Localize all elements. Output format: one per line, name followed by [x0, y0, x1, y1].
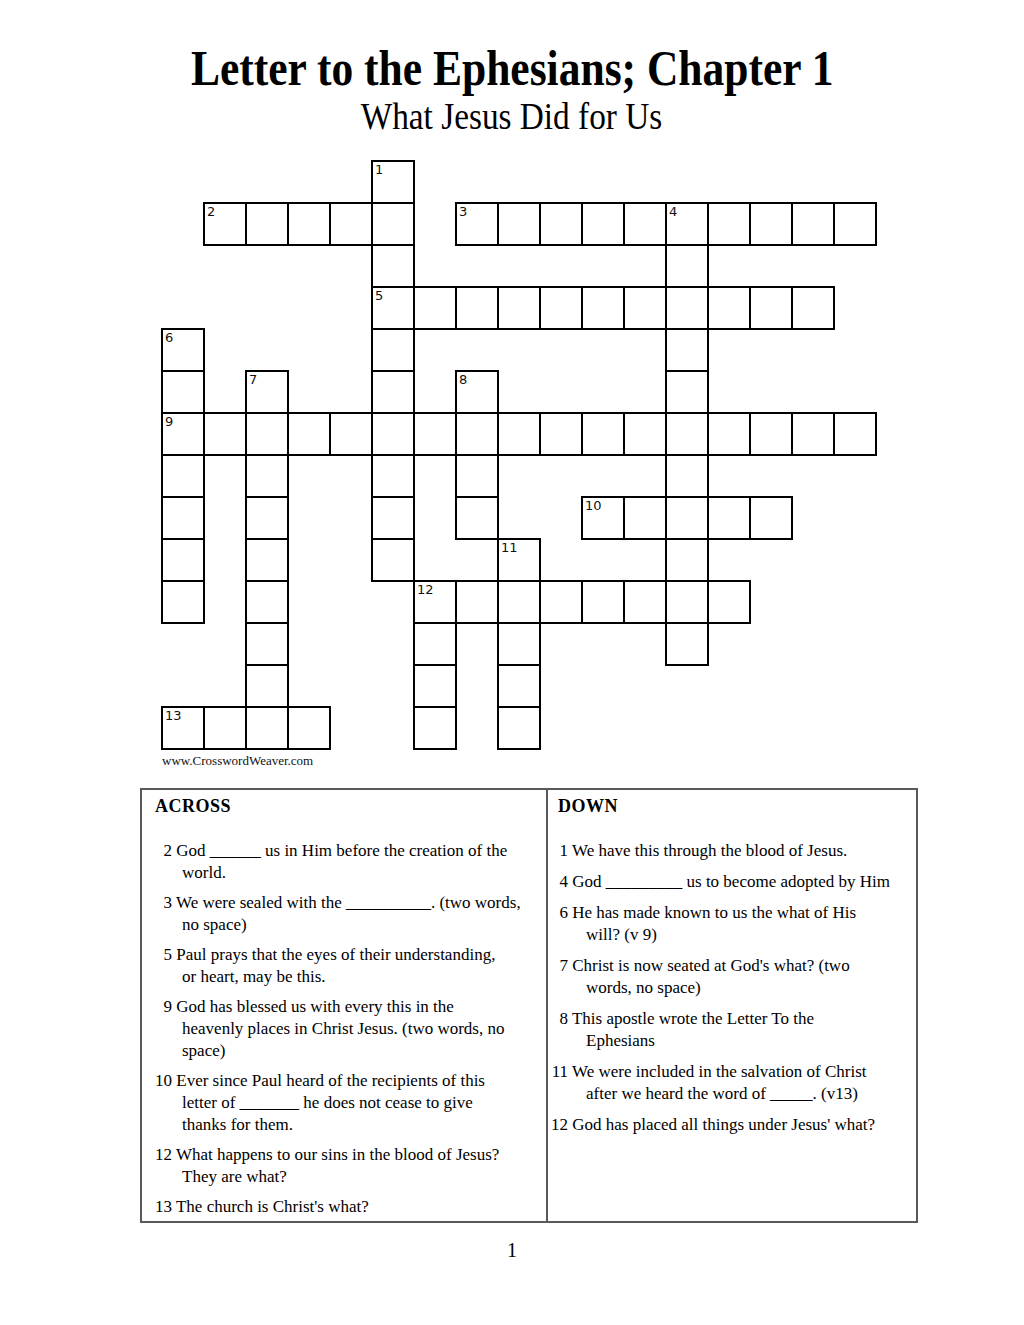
grid-cell-r8-c0[interactable]	[161, 496, 205, 540]
grid-cell-number: 9	[165, 414, 173, 429]
grid-cell-r6-c5[interactable]	[371, 412, 415, 456]
grid-cell-number: 8	[459, 372, 467, 387]
grid-cell-r5-c12[interactable]	[665, 370, 709, 414]
grid-cell-r8-c14[interactable]	[749, 496, 793, 540]
page-title: Letter to the Ephesians; Chapter 1	[0, 43, 1024, 93]
grid-cell-r6-c16[interactable]	[833, 412, 877, 456]
grid-cell-r6-c10[interactable]	[581, 412, 625, 456]
grid-cell-r11-c2[interactable]	[245, 622, 289, 666]
clue-text: He has made known to us the what of Hisw…	[572, 903, 856, 944]
grid-cell-r6-c15[interactable]	[791, 412, 835, 456]
grid-cell-r10-c9[interactable]	[539, 580, 583, 624]
grid-cell-r10-c0[interactable]	[161, 580, 205, 624]
grid-cell-r13-c1[interactable]	[203, 706, 247, 750]
grid-cell-r7-c5[interactable]	[371, 454, 415, 498]
clue-number: 8	[550, 1008, 568, 1030]
grid-cell-r8-c10[interactable]: 10	[581, 496, 625, 540]
grid-cell-r1-c13[interactable]	[707, 202, 751, 246]
grid-cell-r7-c7[interactable]	[455, 454, 499, 498]
crossword-grid: 12345678910111213	[161, 160, 877, 750]
clue-number: 5	[144, 944, 172, 966]
grid-cell-r1-c3[interactable]	[287, 202, 331, 246]
grid-cell-r9-c5[interactable]	[371, 538, 415, 582]
clue-text: Ever since Paul heard of the recipients …	[176, 1071, 485, 1134]
down-clues-column: DOWN 1 We have this through the blood of…	[550, 792, 916, 1145]
clue-text: We were included in the salvation of Chr…	[572, 1062, 867, 1103]
grid-cell-r6-c4[interactable]	[329, 412, 373, 456]
clue-number: 10	[144, 1070, 172, 1092]
grid-cell-r1-c9[interactable]	[539, 202, 583, 246]
grid-cell-r13-c3[interactable]	[287, 706, 331, 750]
clue-text: We were sealed with the __________. (two…	[176, 893, 521, 934]
clue-number: 3	[144, 892, 172, 914]
grid-cell-r9-c2[interactable]	[245, 538, 289, 582]
grid-cell-number: 3	[459, 204, 467, 219]
grid-cell-r5-c5[interactable]	[371, 370, 415, 414]
grid-cell-r0-c5[interactable]: 1	[371, 160, 415, 204]
grid-cell-r10-c12[interactable]	[665, 580, 709, 624]
clue-box: ACROSS 2 God ______ us in Him before the…	[140, 788, 918, 1223]
page-subtitle: What Jesus Did for Us	[0, 98, 1024, 135]
grid-cell-r3-c9[interactable]	[539, 286, 583, 330]
grid-cell-r10-c8[interactable]	[497, 580, 541, 624]
grid-cell-r6-c0[interactable]: 9	[161, 412, 205, 456]
grid-cell-r3-c11[interactable]	[623, 286, 667, 330]
clue-number: 12	[144, 1144, 172, 1166]
clue-text: This apostle wrote the Letter To theEphe…	[572, 1009, 814, 1050]
grid-cell-r9-c0[interactable]	[161, 538, 205, 582]
grid-cell-r6-c13[interactable]	[707, 412, 751, 456]
grid-cell-r3-c10[interactable]	[581, 286, 625, 330]
grid-cell-r5-c7[interactable]: 8	[455, 370, 499, 414]
clue-number: 1	[550, 840, 568, 862]
across-clues-column: ACROSS 2 God ______ us in Him before the…	[144, 792, 546, 1226]
grid-cell-number: 13	[165, 708, 182, 723]
across-clue-9: 9 God has blessed us with every this in …	[144, 996, 546, 1062]
grid-cell-r10-c11[interactable]	[623, 580, 667, 624]
grid-cell-r4-c12[interactable]	[665, 328, 709, 372]
grid-cell-r2-c5[interactable]	[371, 244, 415, 288]
grid-cell-r7-c0[interactable]	[161, 454, 205, 498]
grid-cell-r3-c14[interactable]	[749, 286, 793, 330]
down-clue-4: 4 God _________ us to become adopted by …	[550, 871, 916, 893]
grid-cell-r3-c8[interactable]	[497, 286, 541, 330]
down-clue-6: 6 He has made known to us the what of Hi…	[550, 902, 916, 946]
across-header: ACROSS	[155, 795, 546, 817]
grid-cell-r8-c11[interactable]	[623, 496, 667, 540]
grid-cell-number: 1	[375, 162, 383, 177]
down-clue-12: 12 God has placed all things under Jesus…	[550, 1114, 916, 1136]
grid-cell-r10-c10[interactable]	[581, 580, 625, 624]
grid-cell-r9-c12[interactable]	[665, 538, 709, 582]
down-clue-list: 1 We have this through the blood of Jesu…	[550, 840, 916, 1136]
watermark-url: www.CrosswordWeaver.com	[162, 753, 313, 768]
grid-cell-number: 5	[375, 288, 383, 303]
down-clue-8: 8 This apostle wrote the Letter To theEp…	[550, 1008, 916, 1052]
grid-cell-r6-c6[interactable]	[413, 412, 457, 456]
clue-number: 11	[550, 1061, 568, 1083]
grid-cell-r9-c8[interactable]: 11	[497, 538, 541, 582]
grid-cell-r12-c2[interactable]	[245, 664, 289, 708]
clue-text: We have this through the blood of Jesus.	[572, 841, 847, 860]
clue-number: 13	[144, 1196, 172, 1218]
grid-cell-r6-c1[interactable]	[203, 412, 247, 456]
grid-cell-r8-c5[interactable]	[371, 496, 415, 540]
across-clue-list: 2 God ______ us in Him before the creati…	[144, 840, 546, 1218]
grid-cell-r11-c8[interactable]	[497, 622, 541, 666]
grid-cell-r13-c0[interactable]: 13	[161, 706, 205, 750]
down-clue-11: 11 We were included in the salvation of …	[550, 1061, 916, 1105]
grid-cell-r4-c5[interactable]	[371, 328, 415, 372]
grid-cell-r3-c13[interactable]	[707, 286, 751, 330]
grid-cell-r6-c3[interactable]	[287, 412, 331, 456]
grid-cell-r6-c2[interactable]	[245, 412, 289, 456]
grid-cell-r4-c0[interactable]: 6	[161, 328, 205, 372]
clue-number: 9	[144, 996, 172, 1018]
grid-cell-r1-c5[interactable]	[371, 202, 415, 246]
grid-cell-r1-c10[interactable]	[581, 202, 625, 246]
grid-cell-r1-c2[interactable]	[245, 202, 289, 246]
grid-cell-r5-c2[interactable]: 7	[245, 370, 289, 414]
clue-text: God has placed all things under Jesus' w…	[572, 1115, 875, 1134]
grid-cell-r10-c7[interactable]	[455, 580, 499, 624]
clue-number: 12	[550, 1114, 568, 1136]
grid-cell-number: 10	[585, 498, 602, 513]
clue-text: What happens to our sins in the blood of…	[176, 1145, 499, 1186]
grid-cell-number: 11	[501, 540, 518, 555]
grid-cell-r8-c7[interactable]	[455, 496, 499, 540]
clue-text: The church is Christ's what?	[176, 1197, 369, 1216]
grid-cell-number: 4	[669, 204, 677, 219]
clue-text: God has blessed us with every this in th…	[176, 997, 504, 1060]
page-title-text: Letter to the Ephesians; Chapter 1	[191, 43, 833, 93]
page-number: 1	[0, 1238, 1024, 1262]
grid-cell-r8-c2[interactable]	[245, 496, 289, 540]
grid-cell-number: 7	[249, 372, 257, 387]
grid-cell-r1-c12[interactable]: 4	[665, 202, 709, 246]
grid-cell-r13-c8[interactable]	[497, 706, 541, 750]
grid-cell-r12-c6[interactable]	[413, 664, 457, 708]
grid-cell-r3-c6[interactable]	[413, 286, 457, 330]
grid-cell-r10-c13[interactable]	[707, 580, 751, 624]
grid-cell-r3-c12[interactable]	[665, 286, 709, 330]
across-clue-10: 10 Ever since Paul heard of the recipien…	[144, 1070, 546, 1136]
clue-text: Paul prays that the eyes of their unders…	[176, 945, 495, 986]
across-clue-12: 12 What happens to our sins in the blood…	[144, 1144, 546, 1188]
clue-number: 2	[144, 840, 172, 862]
grid-cell-r13-c6[interactable]	[413, 706, 457, 750]
grid-cell-number: 12	[417, 582, 434, 597]
grid-cell-r6-c8[interactable]	[497, 412, 541, 456]
grid-cell-r11-c6[interactable]	[413, 622, 457, 666]
down-clue-7: 7 Christ is now seated at God's what? (t…	[550, 955, 916, 999]
grid-cell-r2-c12[interactable]	[665, 244, 709, 288]
grid-cell-r6-c9[interactable]	[539, 412, 583, 456]
grid-cell-r1-c14[interactable]	[749, 202, 793, 246]
grid-cell-r1-c8[interactable]	[497, 202, 541, 246]
grid-cell-r1-c15[interactable]	[791, 202, 835, 246]
grid-cell-r3-c5[interactable]: 5	[371, 286, 415, 330]
grid-cell-r1-c11[interactable]	[623, 202, 667, 246]
grid-cell-r7-c2[interactable]	[245, 454, 289, 498]
grid-cell-r1-c16[interactable]	[833, 202, 877, 246]
grid-cell-r6-c12[interactable]	[665, 412, 709, 456]
grid-cell-r6-c14[interactable]	[749, 412, 793, 456]
grid-cell-r7-c12[interactable]	[665, 454, 709, 498]
grid-cell-r11-c12[interactable]	[665, 622, 709, 666]
page-subtitle-text: What Jesus Did for Us	[361, 98, 663, 135]
clue-column-divider	[546, 790, 548, 1221]
down-clue-1: 1 We have this through the blood of Jesu…	[550, 840, 916, 862]
grid-cell-r3-c15[interactable]	[791, 286, 835, 330]
clue-text: God _________ us to become adopted by Hi…	[572, 872, 890, 891]
grid-cell-r1-c1[interactable]: 2	[203, 202, 247, 246]
clue-text: Christ is now seated at God's what? (two…	[572, 956, 849, 997]
grid-cell-r1-c4[interactable]	[329, 202, 373, 246]
clue-text: God ______ us in Him before the creation…	[176, 841, 507, 882]
across-clue-5: 5 Paul prays that the eyes of their unde…	[144, 944, 546, 988]
grid-cell-r13-c2[interactable]	[245, 706, 289, 750]
grid-cell-r5-c0[interactable]	[161, 370, 205, 414]
grid-cell-r12-c8[interactable]	[497, 664, 541, 708]
grid-cell-r8-c12[interactable]	[665, 496, 709, 540]
clue-number: 7	[550, 955, 568, 977]
grid-cell-number: 2	[207, 204, 215, 219]
grid-cell-r1-c7[interactable]: 3	[455, 202, 499, 246]
grid-cell-r6-c7[interactable]	[455, 412, 499, 456]
grid-cell-r10-c6[interactable]: 12	[413, 580, 457, 624]
across-clue-13: 13 The church is Christ's what?	[144, 1196, 546, 1218]
clue-number: 4	[550, 871, 568, 893]
across-clue-2: 2 God ______ us in Him before the creati…	[144, 840, 546, 884]
across-clue-3: 3 We were sealed with the __________. (t…	[144, 892, 546, 936]
grid-cell-number: 6	[165, 330, 173, 345]
grid-cell-r6-c11[interactable]	[623, 412, 667, 456]
clue-number: 6	[550, 902, 568, 924]
grid-cell-r3-c7[interactable]	[455, 286, 499, 330]
grid-cell-r8-c13[interactable]	[707, 496, 751, 540]
grid-cell-r10-c2[interactable]	[245, 580, 289, 624]
down-header: DOWN	[558, 795, 916, 817]
